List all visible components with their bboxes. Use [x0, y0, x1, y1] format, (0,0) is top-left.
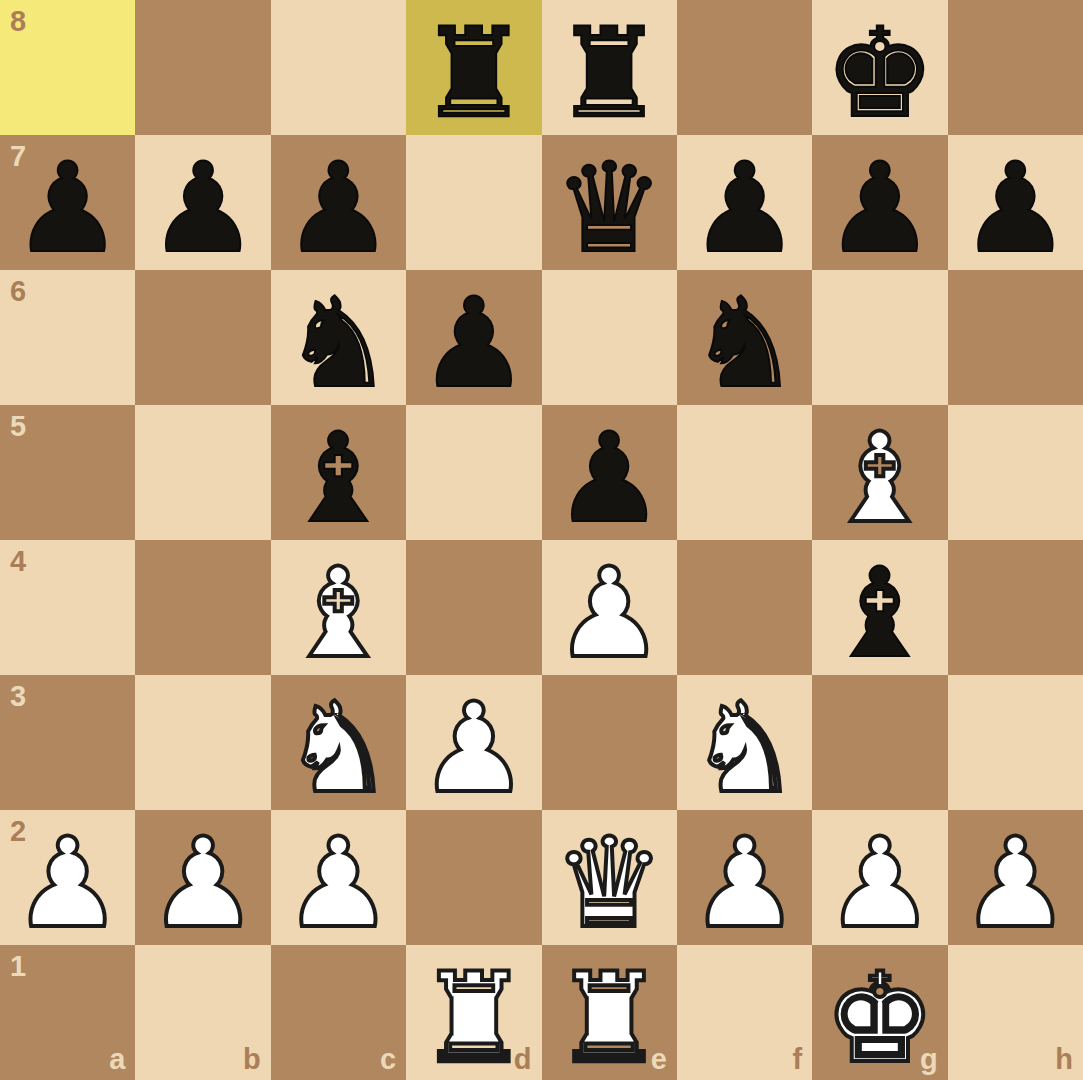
- square-d3[interactable]: ♟: [406, 675, 541, 810]
- rank-label-8: 8: [10, 7, 26, 36]
- square-h5[interactable]: [948, 405, 1083, 540]
- square-g2[interactable]: ♟: [812, 810, 947, 945]
- piece-black-pawn[interactable]: ♟: [147, 146, 258, 270]
- square-h7[interactable]: ♟: [948, 135, 1083, 270]
- piece-black-pawn[interactable]: ♟: [824, 146, 935, 270]
- square-f7[interactable]: ♟: [677, 135, 812, 270]
- square-a6[interactable]: 6: [0, 270, 135, 405]
- rank-label-5: 5: [10, 412, 26, 441]
- square-g7[interactable]: ♟: [812, 135, 947, 270]
- rank-label-3: 3: [10, 682, 26, 711]
- square-d7[interactable]: [406, 135, 541, 270]
- piece-white-pawn[interactable]: ♟: [960, 821, 1071, 945]
- square-f5[interactable]: [677, 405, 812, 540]
- square-a4[interactable]: 4: [0, 540, 135, 675]
- square-d6[interactable]: ♟: [406, 270, 541, 405]
- square-a1[interactable]: 1a: [0, 945, 135, 1080]
- square-b1[interactable]: b: [135, 945, 270, 1080]
- square-a3[interactable]: 3: [0, 675, 135, 810]
- square-f2[interactable]: ♟: [677, 810, 812, 945]
- square-e6[interactable]: [542, 270, 677, 405]
- piece-black-king[interactable]: ♚: [824, 11, 935, 135]
- piece-black-rook[interactable]: ♜: [554, 11, 665, 135]
- piece-white-pawn[interactable]: ♟: [554, 551, 665, 675]
- square-e5[interactable]: ♟: [542, 405, 677, 540]
- square-h8[interactable]: [948, 0, 1083, 135]
- piece-white-king[interactable]: ♚: [824, 956, 935, 1080]
- square-a8[interactable]: 8: [0, 0, 135, 135]
- rank-label-6: 6: [10, 277, 26, 306]
- square-a7[interactable]: 7♟: [0, 135, 135, 270]
- piece-white-pawn[interactable]: ♟: [824, 821, 935, 945]
- file-label-h: h: [1055, 1045, 1073, 1074]
- square-d5[interactable]: [406, 405, 541, 540]
- square-d1[interactable]: d♜: [406, 945, 541, 1080]
- piece-white-pawn[interactable]: ♟: [147, 821, 258, 945]
- square-e7[interactable]: ♛: [542, 135, 677, 270]
- file-label-a: a: [109, 1045, 125, 1074]
- square-g5[interactable]: ♝: [812, 405, 947, 540]
- piece-white-pawn[interactable]: ♟: [12, 821, 123, 945]
- file-label-f: f: [793, 1045, 803, 1074]
- square-h4[interactable]: [948, 540, 1083, 675]
- piece-black-rook[interactable]: ♜: [418, 11, 529, 135]
- square-e4[interactable]: ♟: [542, 540, 677, 675]
- rank-label-4: 4: [10, 547, 26, 576]
- rank-label-1: 1: [10, 952, 26, 981]
- piece-black-pawn[interactable]: ♟: [689, 146, 800, 270]
- square-b6[interactable]: [135, 270, 270, 405]
- piece-white-rook[interactable]: ♜: [418, 956, 529, 1080]
- square-c5[interactable]: ♝: [271, 405, 406, 540]
- piece-black-bishop[interactable]: ♝: [824, 551, 935, 675]
- piece-black-knight[interactable]: ♞: [689, 281, 800, 405]
- square-b4[interactable]: [135, 540, 270, 675]
- square-b7[interactable]: ♟: [135, 135, 270, 270]
- square-c1[interactable]: c: [271, 945, 406, 1080]
- square-f3[interactable]: ♞: [677, 675, 812, 810]
- piece-white-bishop[interactable]: ♝: [824, 416, 935, 540]
- square-b3[interactable]: [135, 675, 270, 810]
- square-h2[interactable]: ♟: [948, 810, 1083, 945]
- square-h3[interactable]: [948, 675, 1083, 810]
- piece-white-queen[interactable]: ♛: [554, 821, 665, 945]
- square-e2[interactable]: ♛: [542, 810, 677, 945]
- square-f8[interactable]: [677, 0, 812, 135]
- square-c6[interactable]: ♞: [271, 270, 406, 405]
- square-d2[interactable]: [406, 810, 541, 945]
- piece-white-rook[interactable]: ♜: [554, 956, 665, 1080]
- square-d8[interactable]: ♜: [406, 0, 541, 135]
- square-b2[interactable]: ♟: [135, 810, 270, 945]
- piece-white-bishop[interactable]: ♝: [283, 551, 394, 675]
- piece-black-pawn[interactable]: ♟: [960, 146, 1071, 270]
- square-g1[interactable]: g♚: [812, 945, 947, 1080]
- piece-black-queen[interactable]: ♛: [554, 146, 665, 270]
- square-c4[interactable]: ♝: [271, 540, 406, 675]
- square-b5[interactable]: [135, 405, 270, 540]
- square-c2[interactable]: ♟: [271, 810, 406, 945]
- piece-black-pawn[interactable]: ♟: [418, 281, 529, 405]
- square-f6[interactable]: ♞: [677, 270, 812, 405]
- square-e1[interactable]: e♜: [542, 945, 677, 1080]
- piece-white-pawn[interactable]: ♟: [689, 821, 800, 945]
- piece-black-knight[interactable]: ♞: [283, 281, 394, 405]
- square-c7[interactable]: ♟: [271, 135, 406, 270]
- piece-white-knight[interactable]: ♞: [283, 686, 394, 810]
- square-c3[interactable]: ♞: [271, 675, 406, 810]
- square-e3[interactable]: [542, 675, 677, 810]
- square-g8[interactable]: ♚: [812, 0, 947, 135]
- chess-board: 8♜♜♚7♟♟♟♛♟♟♟6♞♟♞5♝♟♝4♝♟♝3♞♟♞2♟♟♟♛♟♟♟1abc…: [0, 0, 1083, 1080]
- square-h6[interactable]: [948, 270, 1083, 405]
- square-f1[interactable]: f: [677, 945, 812, 1080]
- square-g3[interactable]: [812, 675, 947, 810]
- square-h1[interactable]: h: [948, 945, 1083, 1080]
- square-a2[interactable]: 2♟: [0, 810, 135, 945]
- piece-white-pawn[interactable]: ♟: [283, 821, 394, 945]
- piece-black-bishop[interactable]: ♝: [283, 416, 394, 540]
- square-c8[interactable]: [271, 0, 406, 135]
- square-f4[interactable]: [677, 540, 812, 675]
- file-label-c: c: [380, 1045, 396, 1074]
- piece-black-pawn[interactable]: ♟: [554, 416, 665, 540]
- square-g4[interactable]: ♝: [812, 540, 947, 675]
- square-g6[interactable]: [812, 270, 947, 405]
- piece-white-pawn[interactable]: ♟: [418, 686, 529, 810]
- chess-board-container: 8♜♜♚7♟♟♟♛♟♟♟6♞♟♞5♝♟♝4♝♟♝3♞♟♞2♟♟♟♛♟♟♟1abc…: [0, 0, 1083, 1080]
- file-label-b: b: [243, 1045, 261, 1074]
- piece-black-pawn[interactable]: ♟: [283, 146, 394, 270]
- square-e8[interactable]: ♜: [542, 0, 677, 135]
- square-d4[interactable]: [406, 540, 541, 675]
- piece-black-pawn[interactable]: ♟: [12, 146, 123, 270]
- piece-white-knight[interactable]: ♞: [689, 686, 800, 810]
- square-a5[interactable]: 5: [0, 405, 135, 540]
- square-b8[interactable]: [135, 0, 270, 135]
